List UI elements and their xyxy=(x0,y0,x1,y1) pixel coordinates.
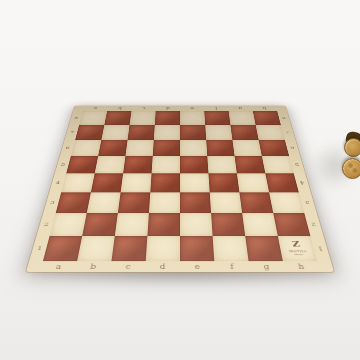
wooden-piece-base-icon xyxy=(342,158,360,179)
coord-file-g-bottom: g xyxy=(249,261,285,272)
square-e3 xyxy=(180,192,211,213)
square-f5 xyxy=(207,156,237,173)
square-g4 xyxy=(237,173,269,192)
square-g5 xyxy=(235,156,266,173)
square-c7 xyxy=(128,125,155,140)
square-d6 xyxy=(153,140,180,156)
square-g1 xyxy=(245,236,283,261)
coord-file-d-bottom: d xyxy=(145,261,180,272)
square-e2 xyxy=(180,213,213,236)
square-b3 xyxy=(87,192,121,213)
square-d8 xyxy=(155,111,180,125)
square-d1 xyxy=(146,236,180,261)
square-d3 xyxy=(149,192,180,213)
square-a7 xyxy=(75,125,104,140)
square-a6 xyxy=(71,140,101,156)
square-c4 xyxy=(121,173,152,192)
square-c8 xyxy=(130,111,156,125)
square-b4 xyxy=(91,173,123,192)
square-d2 xyxy=(147,213,180,236)
square-a3 xyxy=(56,192,91,213)
square-d7 xyxy=(154,125,180,140)
square-a8 xyxy=(79,111,107,125)
square-f4 xyxy=(208,173,239,192)
square-h7 xyxy=(256,125,285,140)
square-a4 xyxy=(61,173,95,192)
square-f8 xyxy=(204,111,230,125)
square-f2 xyxy=(211,213,245,236)
square-e1 xyxy=(180,236,214,261)
square-d4 xyxy=(150,173,180,192)
square-b1 xyxy=(77,236,115,261)
square-b5 xyxy=(95,156,126,173)
square-f7 xyxy=(205,125,232,140)
knight-z-logo-icon: Z xyxy=(291,240,300,248)
square-f6 xyxy=(206,140,234,156)
chess-board-mat: abcdefgh887766554433221ZZENTYLSClassic1a… xyxy=(26,106,334,272)
square-e8 xyxy=(180,111,205,125)
square-c2 xyxy=(115,213,149,236)
square-a2 xyxy=(50,213,87,236)
square-a5 xyxy=(66,156,98,173)
square-b7 xyxy=(101,125,129,140)
square-g2 xyxy=(242,213,278,236)
square-b2 xyxy=(82,213,118,236)
mat-corner xyxy=(317,261,334,272)
square-g3 xyxy=(239,192,273,213)
square-b8 xyxy=(104,111,131,125)
square-h8 xyxy=(253,111,281,125)
coord-file-e-bottom: e xyxy=(180,261,215,272)
square-e5 xyxy=(180,156,208,173)
square-a1 xyxy=(43,236,82,261)
square-g7 xyxy=(230,125,258,140)
square-c3 xyxy=(118,192,150,213)
coord-file-c-bottom: c xyxy=(110,261,146,272)
wooden-piece-base-icon xyxy=(344,138,360,157)
square-f1 xyxy=(213,236,249,261)
square-d5 xyxy=(152,156,180,173)
chess-board-grid: abcdefgh887766554433221ZZENTYLSClassic1a… xyxy=(26,106,334,272)
coord-file-h-bottom: h xyxy=(283,261,320,272)
brand-subtitle: Classic xyxy=(293,253,303,255)
square-b6 xyxy=(98,140,127,156)
photo-scene: abcdefgh887766554433221ZZENTYLSClassic1a… xyxy=(0,0,360,360)
square-c6 xyxy=(125,140,153,156)
square-e6 xyxy=(180,140,207,156)
coord-file-b-bottom: b xyxy=(75,261,111,272)
coord-file-a-bottom: a xyxy=(40,261,77,272)
square-e4 xyxy=(180,173,210,192)
square-g6 xyxy=(232,140,261,156)
square-c5 xyxy=(123,156,153,173)
square-g8 xyxy=(229,111,256,125)
square-e7 xyxy=(180,125,206,140)
coord-file-f-bottom: f xyxy=(214,261,250,272)
square-f3 xyxy=(210,192,242,213)
square-c1 xyxy=(111,236,147,261)
